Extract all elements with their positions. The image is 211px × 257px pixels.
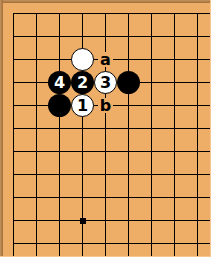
grid-line-h	[13, 36, 211, 37]
grid-line-h	[13, 151, 211, 152]
grid-line-h	[13, 174, 211, 175]
grid-line-h	[13, 13, 211, 14]
stone-white-3: 3	[94, 71, 117, 94]
stone-black-2: 2	[71, 71, 94, 94]
stone-white-1: 1	[71, 94, 94, 117]
point-label-b: b	[98, 98, 113, 113]
grid-line-h	[13, 197, 211, 198]
stone-white	[71, 48, 94, 71]
go-board-diagram: ab4231	[0, 0, 211, 257]
board-edge-top	[0, 0, 211, 3]
grid-line-h	[13, 128, 211, 129]
stone-black-4: 4	[48, 71, 71, 94]
image-edge-right	[210, 0, 211, 257]
grid-line-h	[13, 220, 211, 221]
stone-black	[117, 71, 140, 94]
board-edge-left	[0, 0, 3, 257]
stone-black	[48, 94, 71, 117]
point-label-a: a	[98, 52, 113, 67]
star-point	[80, 218, 86, 224]
grid-line-h	[13, 243, 211, 244]
